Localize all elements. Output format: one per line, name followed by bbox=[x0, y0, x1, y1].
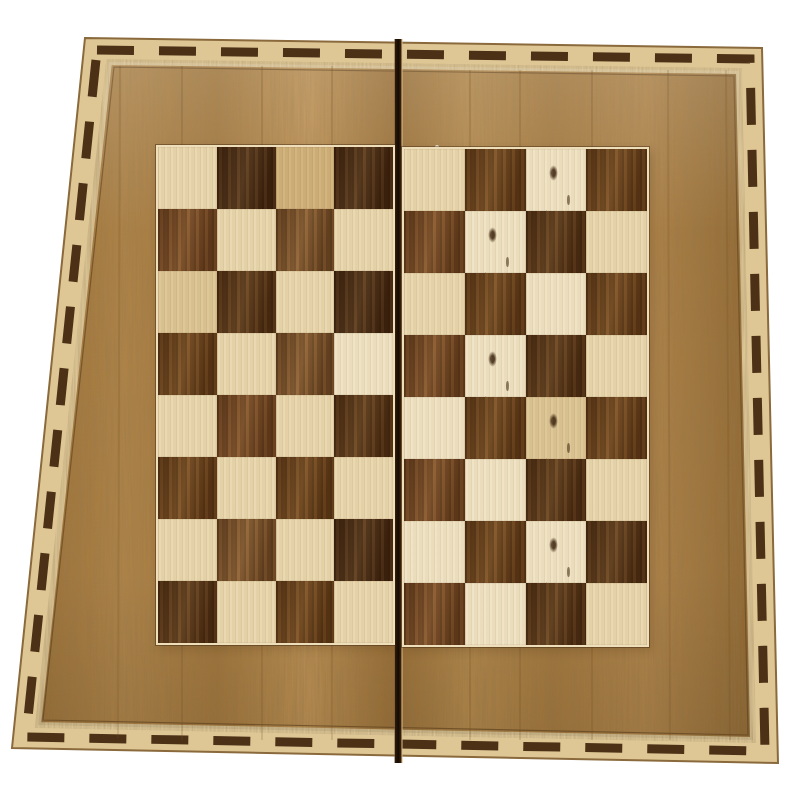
square-b4[interactable] bbox=[217, 395, 276, 457]
square-c4[interactable] bbox=[276, 395, 335, 457]
board-left-half bbox=[156, 145, 395, 645]
square-c3[interactable] bbox=[276, 457, 335, 519]
square-c1[interactable] bbox=[276, 581, 335, 643]
square-d5[interactable] bbox=[334, 333, 393, 395]
square-g1[interactable] bbox=[526, 583, 587, 645]
square-a4[interactable] bbox=[158, 395, 217, 457]
square-a5[interactable] bbox=[158, 333, 217, 395]
square-h7[interactable] bbox=[586, 211, 647, 273]
square-b3[interactable] bbox=[217, 457, 276, 519]
square-e8[interactable] bbox=[404, 149, 465, 211]
wood-knot-mark bbox=[549, 413, 558, 429]
square-d8[interactable] bbox=[334, 147, 393, 209]
square-h2[interactable] bbox=[586, 521, 647, 583]
square-a8[interactable] bbox=[158, 147, 217, 209]
square-a2[interactable] bbox=[158, 519, 217, 581]
square-g7[interactable] bbox=[526, 211, 587, 273]
square-e6[interactable] bbox=[404, 273, 465, 335]
square-g6[interactable] bbox=[526, 273, 587, 335]
square-f5[interactable] bbox=[465, 335, 526, 397]
wood-knot-mark bbox=[488, 227, 497, 243]
square-a1[interactable] bbox=[158, 581, 217, 643]
square-b5[interactable] bbox=[217, 333, 276, 395]
square-d3[interactable] bbox=[334, 457, 393, 519]
wood-knot-mark bbox=[549, 165, 558, 181]
square-b8[interactable] bbox=[217, 147, 276, 209]
square-h3[interactable] bbox=[586, 459, 647, 521]
square-a3[interactable] bbox=[158, 457, 217, 519]
square-d7[interactable] bbox=[334, 209, 393, 271]
square-d2[interactable] bbox=[334, 519, 393, 581]
square-b1[interactable] bbox=[217, 581, 276, 643]
square-c2[interactable] bbox=[276, 519, 335, 581]
square-c6[interactable] bbox=[276, 271, 335, 333]
square-f6[interactable] bbox=[465, 273, 526, 335]
square-f7[interactable] bbox=[465, 211, 526, 273]
square-f4[interactable] bbox=[465, 397, 526, 459]
square-f8[interactable] bbox=[465, 149, 526, 211]
square-e2[interactable] bbox=[404, 521, 465, 583]
square-h5[interactable] bbox=[586, 335, 647, 397]
square-c8[interactable] bbox=[276, 147, 335, 209]
photo-canvas bbox=[0, 0, 800, 800]
square-c7[interactable] bbox=[276, 209, 335, 271]
wood-knot-mark bbox=[488, 351, 497, 367]
square-h1[interactable] bbox=[586, 583, 647, 645]
square-f1[interactable] bbox=[465, 583, 526, 645]
square-h6[interactable] bbox=[586, 273, 647, 335]
square-b6[interactable] bbox=[217, 271, 276, 333]
square-b7[interactable] bbox=[217, 209, 276, 271]
square-e5[interactable] bbox=[404, 335, 465, 397]
board-right-half bbox=[402, 147, 649, 647]
square-d1[interactable] bbox=[334, 581, 393, 643]
square-h4[interactable] bbox=[586, 397, 647, 459]
square-e3[interactable] bbox=[404, 459, 465, 521]
wood-knot-mark bbox=[549, 537, 558, 553]
wooden-case-photo bbox=[0, 0, 800, 800]
square-d4[interactable] bbox=[334, 395, 393, 457]
square-e4[interactable] bbox=[404, 397, 465, 459]
square-g2[interactable] bbox=[526, 521, 587, 583]
square-g8[interactable] bbox=[526, 149, 587, 211]
square-a7[interactable] bbox=[158, 209, 217, 271]
square-g4[interactable] bbox=[526, 397, 587, 459]
square-g3[interactable] bbox=[526, 459, 587, 521]
square-b2[interactable] bbox=[217, 519, 276, 581]
square-e1[interactable] bbox=[404, 583, 465, 645]
square-a6[interactable] bbox=[158, 271, 217, 333]
square-f2[interactable] bbox=[465, 521, 526, 583]
square-h8[interactable] bbox=[586, 149, 647, 211]
square-c5[interactable] bbox=[276, 333, 335, 395]
square-g5[interactable] bbox=[526, 335, 587, 397]
square-d6[interactable] bbox=[334, 271, 393, 333]
square-e7[interactable] bbox=[404, 211, 465, 273]
square-f3[interactable] bbox=[465, 459, 526, 521]
